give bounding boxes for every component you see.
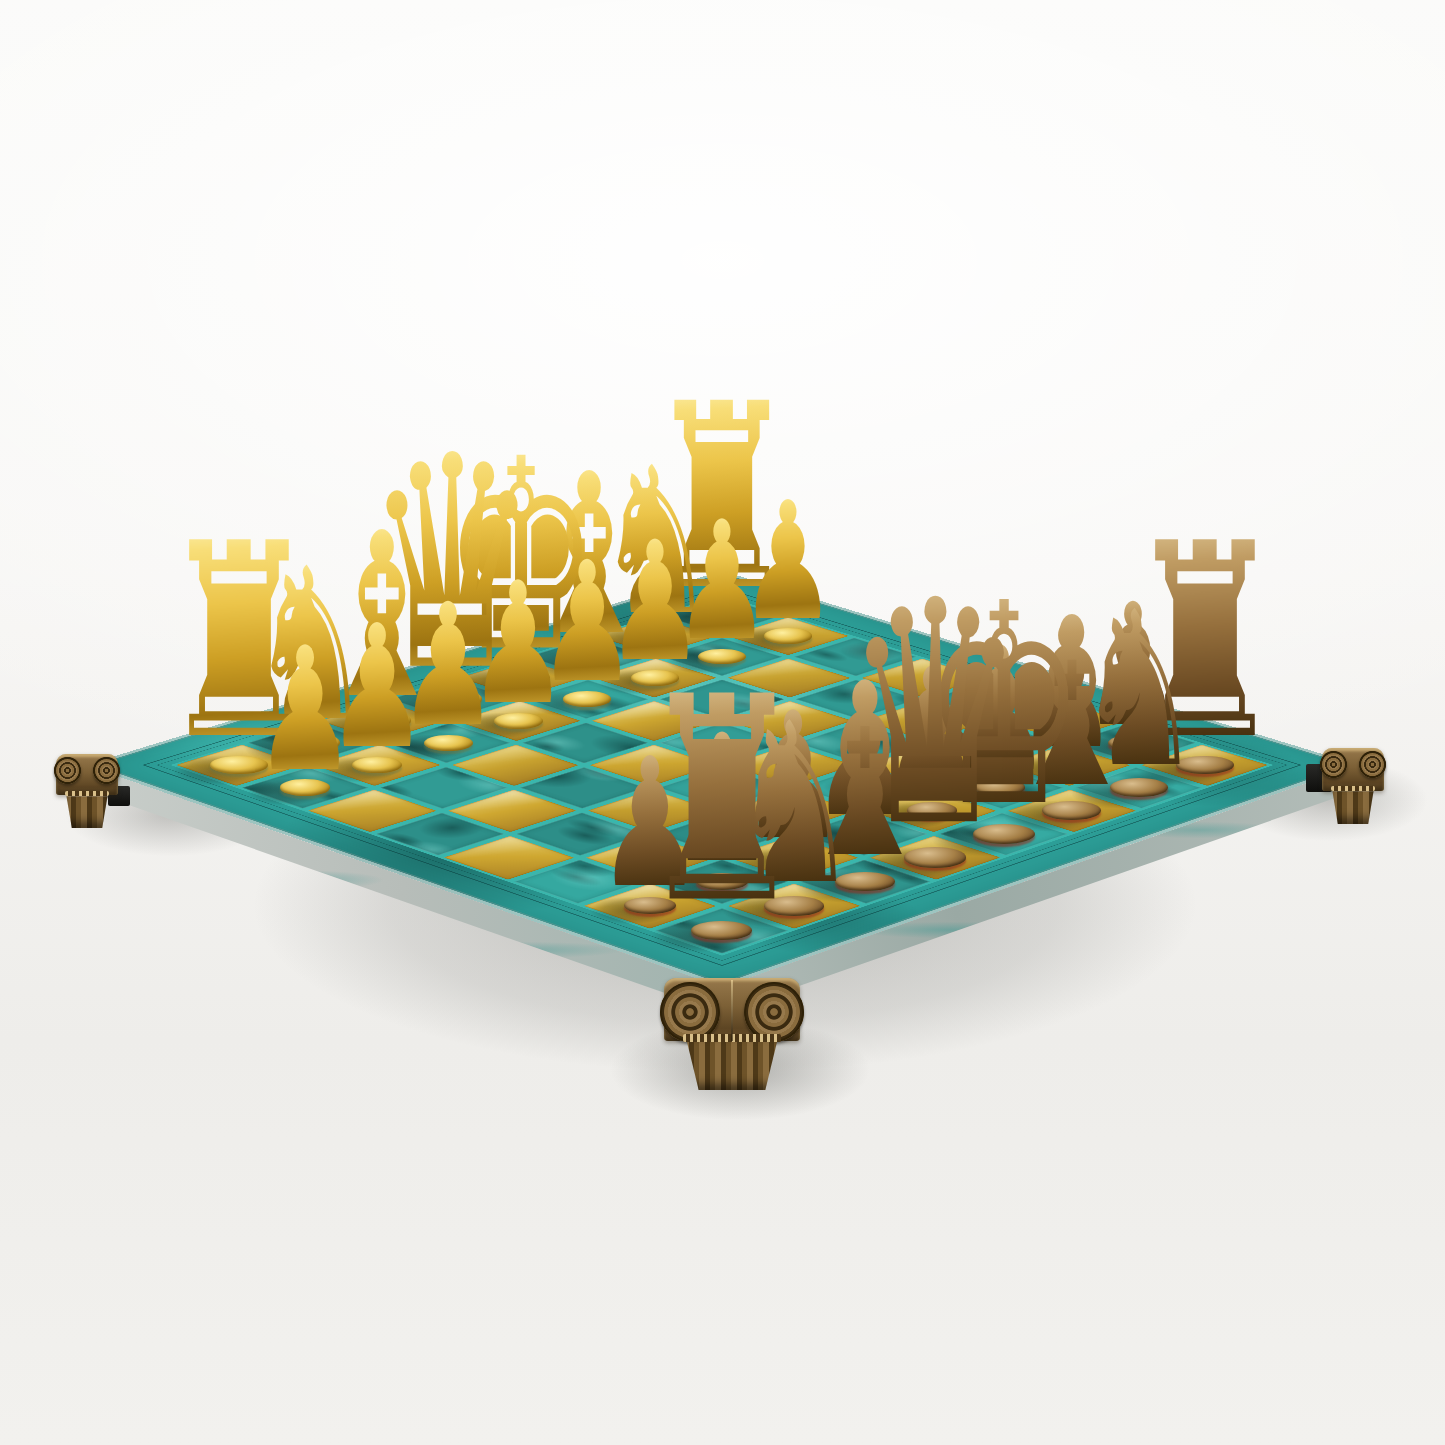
fluted-shaft [683, 1042, 781, 1090]
bead-moulding [683, 1034, 781, 1042]
volute-icon [1359, 751, 1386, 778]
fluted-shaft [65, 796, 110, 828]
bead-moulding [1331, 786, 1376, 791]
scene: ♜♞♟♝♟♚♟♛♟♝♟♞♟♟♜♟♟♜♟♟♞♟♝♟♚♟♛♟♝♟♞♜ [0, 0, 1445, 1445]
bead-moulding [65, 791, 110, 796]
fluted-shaft [1331, 791, 1376, 824]
ionic-foot-left [56, 754, 118, 828]
volute-icon [93, 757, 120, 784]
ionic-foot-right [1322, 748, 1384, 824]
ionic-foot-front [664, 978, 800, 1090]
